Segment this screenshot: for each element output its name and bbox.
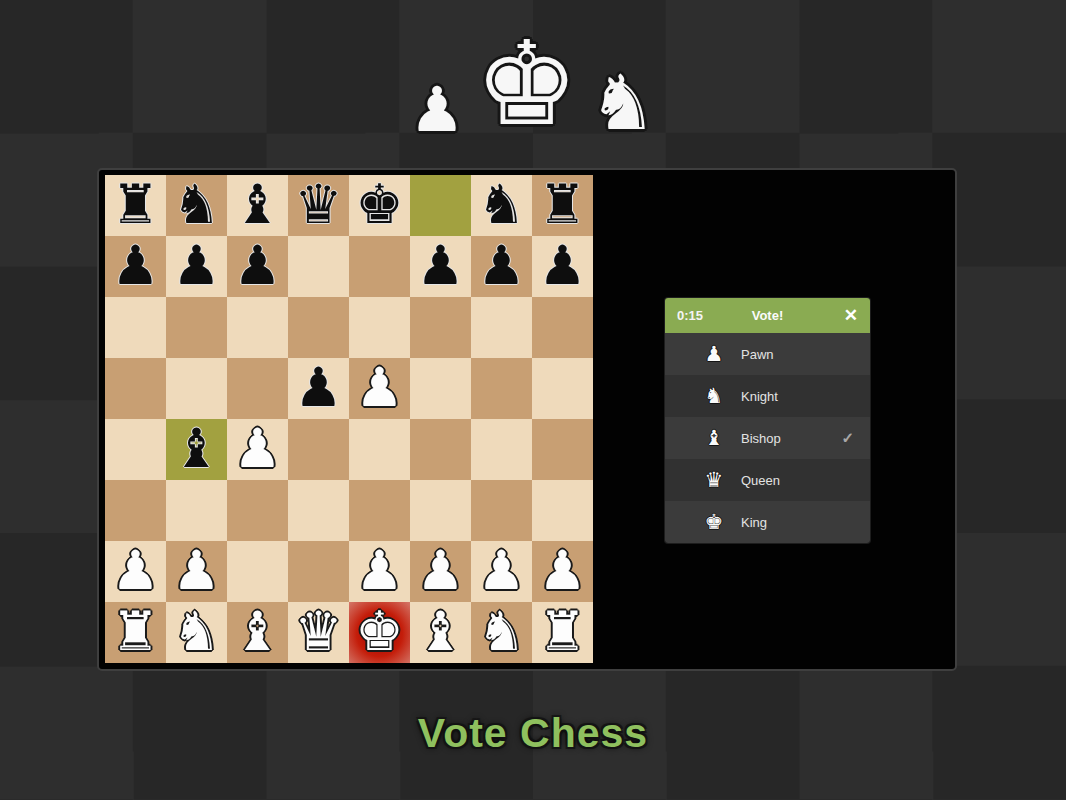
square-g1[interactable]: ♞ xyxy=(471,602,532,663)
piece-white-rook: ♜ xyxy=(105,602,166,663)
piece-white-pawn: ♟ xyxy=(532,541,593,602)
piece-black-pawn: ♟ xyxy=(105,236,166,297)
vote-option-bishop[interactable]: ♝Bishop✓ xyxy=(665,417,870,459)
vote-option-label: Pawn xyxy=(741,347,774,362)
logo-king-icon: ♚ xyxy=(475,26,579,142)
square-a3[interactable] xyxy=(105,480,166,541)
piece-white-king: ♚ xyxy=(349,602,410,663)
piece-black-knight: ♞ xyxy=(166,175,227,236)
square-f8[interactable] xyxy=(410,175,471,236)
piece-black-queen: ♛ xyxy=(288,175,349,236)
square-f5[interactable] xyxy=(410,358,471,419)
chess-board: ♜♞♝♛♚♞♜♟♟♟♟♟♟♟♟♝♟♟♟♟♟♟♟♜♞♝♛♚♝♞♜ xyxy=(105,175,593,663)
square-h3[interactable] xyxy=(532,480,593,541)
piece-black-pawn: ♟ xyxy=(166,236,227,297)
piece-white-bishop: ♝ xyxy=(410,602,471,663)
square-c6[interactable] xyxy=(227,297,288,358)
vote-options-list: ♟Pawn♞Knight♝Bishop✓♛Queen♚King xyxy=(665,333,870,543)
piece-white-pawn: ♟ xyxy=(349,541,410,602)
square-g4[interactable] xyxy=(471,419,532,480)
vote-option-king[interactable]: ♚King xyxy=(665,501,870,543)
square-d2[interactable] xyxy=(288,541,349,602)
piece-white-pawn: ♟ xyxy=(227,419,288,480)
square-c3[interactable] xyxy=(227,480,288,541)
square-f3[interactable] xyxy=(410,480,471,541)
piece-black-king: ♚ xyxy=(349,175,410,236)
square-g5[interactable] xyxy=(471,358,532,419)
square-b2[interactable]: ♟ xyxy=(166,541,227,602)
piece-white-pawn: ♟ xyxy=(410,541,471,602)
square-c2[interactable] xyxy=(227,541,288,602)
square-f6[interactable] xyxy=(410,297,471,358)
piece-black-pawn: ♟ xyxy=(532,236,593,297)
close-icon[interactable]: ✕ xyxy=(818,307,858,324)
piece-white-pawn: ♟ xyxy=(349,358,410,419)
logo-knight-icon: ♞ xyxy=(589,65,657,141)
pawn-icon: ♟ xyxy=(701,344,727,365)
piece-black-pawn: ♟ xyxy=(410,236,471,297)
king-icon: ♚ xyxy=(701,512,727,533)
square-c7[interactable]: ♟ xyxy=(227,236,288,297)
square-b7[interactable]: ♟ xyxy=(166,236,227,297)
piece-black-rook: ♜ xyxy=(532,175,593,236)
piece-white-pawn: ♟ xyxy=(166,541,227,602)
square-e4[interactable] xyxy=(349,419,410,480)
piece-black-knight: ♞ xyxy=(471,175,532,236)
vote-option-knight[interactable]: ♞Knight xyxy=(665,375,870,417)
vote-dialog: 0:15 Vote! ✕ ♟Pawn♞Knight♝Bishop✓♛Queen♚… xyxy=(665,298,870,543)
knight-icon: ♞ xyxy=(701,386,727,407)
piece-black-pawn: ♟ xyxy=(227,236,288,297)
piece-white-rook: ♜ xyxy=(532,602,593,663)
square-e8[interactable]: ♚ xyxy=(349,175,410,236)
square-h4[interactable] xyxy=(532,419,593,480)
square-f2[interactable]: ♟ xyxy=(410,541,471,602)
square-a8[interactable]: ♜ xyxy=(105,175,166,236)
piece-white-pawn: ♟ xyxy=(471,541,532,602)
square-e1[interactable]: ♚ xyxy=(349,602,410,663)
piece-white-queen: ♛ xyxy=(288,602,349,663)
vote-option-pawn[interactable]: ♟Pawn xyxy=(665,333,870,375)
square-h7[interactable]: ♟ xyxy=(532,236,593,297)
square-d5[interactable]: ♟ xyxy=(288,358,349,419)
square-f7[interactable]: ♟ xyxy=(410,236,471,297)
piece-black-bishop: ♝ xyxy=(166,419,227,480)
square-h2[interactable]: ♟ xyxy=(532,541,593,602)
piece-white-knight: ♞ xyxy=(166,602,227,663)
vote-option-label: King xyxy=(741,515,767,530)
app-logo: ♟ ♚ ♞ xyxy=(0,24,1066,142)
square-d8[interactable]: ♛ xyxy=(288,175,349,236)
square-f1[interactable]: ♝ xyxy=(410,602,471,663)
page-title: Vote Chess xyxy=(0,710,1066,757)
square-d7[interactable] xyxy=(288,236,349,297)
square-d4[interactable] xyxy=(288,419,349,480)
square-b5[interactable] xyxy=(166,358,227,419)
vote-timer: 0:15 xyxy=(677,308,717,323)
square-g2[interactable]: ♟ xyxy=(471,541,532,602)
square-e5[interactable]: ♟ xyxy=(349,358,410,419)
vote-option-label: Knight xyxy=(741,389,778,404)
square-b4[interactable]: ♝ xyxy=(166,419,227,480)
square-e7[interactable] xyxy=(349,236,410,297)
square-g6[interactable] xyxy=(471,297,532,358)
square-e2[interactable]: ♟ xyxy=(349,541,410,602)
square-g8[interactable]: ♞ xyxy=(471,175,532,236)
square-c4[interactable]: ♟ xyxy=(227,419,288,480)
piece-black-bishop: ♝ xyxy=(227,175,288,236)
square-c5[interactable] xyxy=(227,358,288,419)
square-a5[interactable] xyxy=(105,358,166,419)
square-c8[interactable]: ♝ xyxy=(227,175,288,236)
square-c1[interactable]: ♝ xyxy=(227,602,288,663)
square-b8[interactable]: ♞ xyxy=(166,175,227,236)
piece-black-pawn: ♟ xyxy=(471,236,532,297)
piece-black-pawn: ♟ xyxy=(288,358,349,419)
vote-option-queen[interactable]: ♛Queen xyxy=(665,459,870,501)
square-b1[interactable]: ♞ xyxy=(166,602,227,663)
square-h1[interactable]: ♜ xyxy=(532,602,593,663)
square-b6[interactable] xyxy=(166,297,227,358)
logo-pawn-icon: ♟ xyxy=(409,79,465,141)
piece-black-rook: ♜ xyxy=(105,175,166,236)
square-e3[interactable] xyxy=(349,480,410,541)
queen-icon: ♛ xyxy=(701,470,727,491)
square-a6[interactable] xyxy=(105,297,166,358)
vote-option-label: Bishop xyxy=(741,431,781,446)
square-d6[interactable] xyxy=(288,297,349,358)
vote-dialog-title: Vote! xyxy=(717,308,818,323)
checkmark-icon: ✓ xyxy=(841,429,854,447)
square-g3[interactable] xyxy=(471,480,532,541)
bishop-icon: ♝ xyxy=(701,428,727,449)
square-h8[interactable]: ♜ xyxy=(532,175,593,236)
square-d1[interactable]: ♛ xyxy=(288,602,349,663)
square-f4[interactable] xyxy=(410,419,471,480)
vote-dialog-header: 0:15 Vote! ✕ xyxy=(665,298,870,333)
square-g7[interactable]: ♟ xyxy=(471,236,532,297)
square-a2[interactable]: ♟ xyxy=(105,541,166,602)
piece-white-bishop: ♝ xyxy=(227,602,288,663)
square-b3[interactable] xyxy=(166,480,227,541)
square-a1[interactable]: ♜ xyxy=(105,602,166,663)
piece-white-knight: ♞ xyxy=(471,602,532,663)
piece-white-pawn: ♟ xyxy=(105,541,166,602)
square-e6[interactable] xyxy=(349,297,410,358)
square-d3[interactable] xyxy=(288,480,349,541)
vote-option-label: Queen xyxy=(741,473,780,488)
square-h6[interactable] xyxy=(532,297,593,358)
square-a4[interactable] xyxy=(105,419,166,480)
square-a7[interactable]: ♟ xyxy=(105,236,166,297)
square-h5[interactable] xyxy=(532,358,593,419)
